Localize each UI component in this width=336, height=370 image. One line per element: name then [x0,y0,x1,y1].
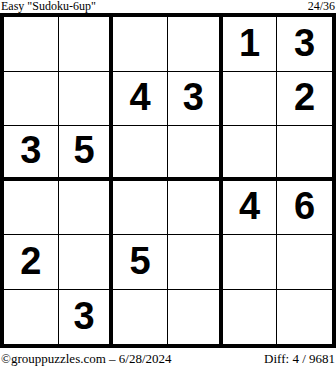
given-digit: 4 [130,78,151,116]
cell-r3c2: 5 [59,126,114,181]
given-digit: 4 [239,187,260,225]
cell-r2c6: 2 [277,72,332,127]
cell-r6c1 [4,290,59,345]
cell-r5c3: 5 [113,235,168,290]
cell-r1c3 [113,17,168,72]
given-digit: 3 [20,131,41,169]
cell-r5c4 [168,235,223,290]
header: Easy "Sudoku-6up" 24/36 [0,0,336,13]
cell-r1c5: 1 [223,17,278,72]
cell-r5c1: 2 [4,235,59,290]
cell-r3c5 [223,126,278,181]
cell-r3c4 [168,126,223,181]
cell-r6c2: 3 [59,290,114,345]
given-digit: 5 [73,131,94,169]
given-digit: 3 [73,297,94,335]
puzzle-counter: 24/36 [308,0,335,13]
given-digit: 2 [294,78,315,116]
cell-r6c6 [277,290,332,345]
footer-difficulty: Diff: 4 / 9681 [264,351,335,367]
cell-r4c1 [4,181,59,236]
cell-r3c3 [113,126,168,181]
cell-r1c6: 3 [277,17,332,72]
given-digit: 1 [239,24,260,62]
given-digit: 5 [130,242,151,280]
given-digit: 3 [183,78,204,116]
cell-r4c4 [168,181,223,236]
cell-r1c2 [59,17,114,72]
cell-r3c6 [277,126,332,181]
cell-r4c3 [113,181,168,236]
puzzle-page: Easy "Sudoku-6up" 24/36 134323546253 ©gr… [0,0,336,370]
cell-r5c2 [59,235,114,290]
given-digit: 6 [294,187,315,225]
given-digit: 2 [20,242,41,280]
cell-r2c1 [4,72,59,127]
cell-r4c6: 6 [277,181,332,236]
cell-r2c5 [223,72,278,127]
cell-r2c2 [59,72,114,127]
footer-credit: ©grouppuzzles.com – 6/28/2024 [1,351,172,367]
puzzle-title: Easy "Sudoku-6up" [1,0,96,13]
cell-r4c5: 4 [223,181,278,236]
given-digit: 3 [294,24,315,62]
cell-r4c2 [59,181,114,236]
cell-r6c4 [168,290,223,345]
cell-r6c3 [113,290,168,345]
cell-r5c5 [223,235,278,290]
sudoku-board: 134323546253 [0,13,336,348]
cell-r1c4 [168,17,223,72]
cell-r2c3: 4 [113,72,168,127]
cell-r3c1: 3 [4,126,59,181]
cell-r2c4: 3 [168,72,223,127]
cell-r5c6 [277,235,332,290]
cell-r6c5 [223,290,278,345]
footer: ©grouppuzzles.com – 6/28/2024 Diff: 4 / … [0,348,336,370]
cell-r1c1 [4,17,59,72]
